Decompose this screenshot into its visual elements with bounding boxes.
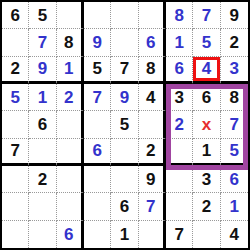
- cell-r4c4[interactable]: 7: [84, 84, 111, 111]
- cell-r3c8[interactable]: 4: [193, 57, 220, 84]
- cell-r9c4[interactable]: [84, 221, 111, 248]
- cell-r7c8[interactable]: 3: [193, 166, 220, 193]
- cell-r2c7[interactable]: 1: [166, 29, 193, 56]
- cell-r6c5[interactable]: [111, 139, 138, 166]
- cell-r2c9[interactable]: 2: [221, 29, 248, 56]
- cell-r6c7[interactable]: [166, 139, 193, 166]
- cell-r4c8[interactable]: 6: [193, 84, 220, 111]
- cell-r1c3[interactable]: [57, 2, 84, 29]
- cell-r1c9[interactable]: 9: [221, 2, 248, 29]
- cell-r9c6[interactable]: [139, 221, 166, 248]
- cell-r4c3[interactable]: 2: [57, 84, 84, 111]
- cell-r5c6[interactable]: [139, 111, 166, 138]
- cell-r8c3[interactable]: [57, 193, 84, 220]
- cell-r7c4[interactable]: [84, 166, 111, 193]
- cell-r5c8[interactable]: x: [193, 111, 220, 138]
- cell-r8c7[interactable]: [166, 193, 193, 220]
- cell-r7c2[interactable]: 2: [29, 166, 56, 193]
- cell-r8c2[interactable]: [29, 193, 56, 220]
- cell-r4c1[interactable]: 5: [2, 84, 29, 111]
- cell-r8c8[interactable]: 2: [193, 193, 220, 220]
- cell-r9c1[interactable]: [2, 221, 29, 248]
- cell-r1c6[interactable]: [139, 2, 166, 29]
- cell-r8c5[interactable]: 6: [111, 193, 138, 220]
- cell-r7c6[interactable]: 9: [139, 166, 166, 193]
- cell-r3c6[interactable]: 8: [139, 57, 166, 84]
- cell-r6c4[interactable]: 6: [84, 139, 111, 166]
- cell-r5c2[interactable]: 6: [29, 111, 56, 138]
- sudoku-board: 658797896152291578643512794368652x776215…: [0, 0, 250, 250]
- cell-r8c1[interactable]: [2, 193, 29, 220]
- cell-r1c7[interactable]: 8: [166, 2, 193, 29]
- cell-r8c6[interactable]: 7: [139, 193, 166, 220]
- cell-r7c7[interactable]: [166, 166, 193, 193]
- cell-r2c1[interactable]: [2, 29, 29, 56]
- cell-r9c7[interactable]: 7: [166, 221, 193, 248]
- cell-r6c9[interactable]: 5: [221, 139, 248, 166]
- cell-r9c9[interactable]: 4: [221, 221, 248, 248]
- cell-r6c3[interactable]: [57, 139, 84, 166]
- sudoku-grid: 658797896152291578643512794368652x776215…: [2, 2, 248, 248]
- cell-r5c9[interactable]: 7: [221, 111, 248, 138]
- cell-r1c8[interactable]: 7: [193, 2, 220, 29]
- cell-r8c4[interactable]: [84, 193, 111, 220]
- cell-r3c7[interactable]: 6: [166, 57, 193, 84]
- cell-r6c6[interactable]: 2: [139, 139, 166, 166]
- cell-r2c6[interactable]: 6: [139, 29, 166, 56]
- cell-r5c5[interactable]: 5: [111, 111, 138, 138]
- cell-r4c5[interactable]: 9: [111, 84, 138, 111]
- cell-r3c1[interactable]: 2: [2, 57, 29, 84]
- cell-r9c5[interactable]: 1: [111, 221, 138, 248]
- cell-r7c5[interactable]: [111, 166, 138, 193]
- cell-r3c3[interactable]: 1: [57, 57, 84, 84]
- cell-r5c7[interactable]: 2: [166, 111, 193, 138]
- cell-r2c5[interactable]: [111, 29, 138, 56]
- cell-r1c2[interactable]: 5: [29, 2, 56, 29]
- cell-r9c2[interactable]: [29, 221, 56, 248]
- cell-r1c4[interactable]: [84, 2, 111, 29]
- cell-r2c8[interactable]: 5: [193, 29, 220, 56]
- cell-r4c9[interactable]: 8: [221, 84, 248, 111]
- cell-r8c9[interactable]: 1: [221, 193, 248, 220]
- cell-r4c2[interactable]: 1: [29, 84, 56, 111]
- cell-r6c2[interactable]: [29, 139, 56, 166]
- cell-r3c5[interactable]: 7: [111, 57, 138, 84]
- cell-r2c2[interactable]: 7: [29, 29, 56, 56]
- cell-r4c6[interactable]: 4: [139, 84, 166, 111]
- cell-r9c8[interactable]: [193, 221, 220, 248]
- cell-r3c4[interactable]: 5: [84, 57, 111, 84]
- cell-r9c3[interactable]: 6: [57, 221, 84, 248]
- cell-r5c1[interactable]: [2, 111, 29, 138]
- cell-r2c4[interactable]: 9: [84, 29, 111, 56]
- cell-r5c4[interactable]: [84, 111, 111, 138]
- cell-r1c5[interactable]: [111, 2, 138, 29]
- cell-r6c8[interactable]: 1: [193, 139, 220, 166]
- cell-r1c1[interactable]: 6: [2, 2, 29, 29]
- cell-r3c2[interactable]: 9: [29, 57, 56, 84]
- cell-r7c3[interactable]: [57, 166, 84, 193]
- cell-r2c3[interactable]: 8: [57, 29, 84, 56]
- cell-r4c7[interactable]: 3: [166, 84, 193, 111]
- cell-r5c3[interactable]: [57, 111, 84, 138]
- cell-r6c1[interactable]: 7: [2, 139, 29, 166]
- cell-r7c1[interactable]: [2, 166, 29, 193]
- cell-r3c9[interactable]: 3: [221, 57, 248, 84]
- cell-r7c9[interactable]: 6: [221, 166, 248, 193]
